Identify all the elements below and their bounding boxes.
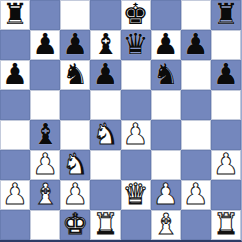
square-c7[interactable]: ♟ bbox=[60, 30, 90, 60]
square-e1[interactable] bbox=[121, 210, 151, 240]
square-d8[interactable] bbox=[90, 0, 120, 30]
square-f1[interactable]: ♝ bbox=[151, 210, 181, 240]
black-pawn-h6[interactable]: ♟ bbox=[213, 60, 239, 89]
black-rook-h8[interactable]: ♜ bbox=[213, 0, 239, 29]
black-knight-c6[interactable]: ♞ bbox=[62, 60, 88, 89]
black-pawn-f7[interactable]: ♟ bbox=[153, 30, 179, 59]
white-pawn-e4[interactable]: ♟ bbox=[123, 120, 149, 149]
square-d5[interactable] bbox=[90, 90, 120, 120]
black-rook-a8[interactable]: ♜ bbox=[2, 0, 28, 29]
square-a4[interactable] bbox=[0, 120, 30, 150]
black-knight-f6[interactable]: ♞ bbox=[153, 60, 179, 89]
white-pawn-f2[interactable]: ♟ bbox=[153, 180, 179, 209]
square-a2[interactable]: ♟ bbox=[0, 180, 30, 210]
square-e5[interactable] bbox=[121, 90, 151, 120]
square-c8[interactable] bbox=[60, 0, 90, 30]
square-f2[interactable]: ♟ bbox=[151, 180, 181, 210]
black-pawn-a6[interactable]: ♟ bbox=[2, 60, 28, 89]
square-f5[interactable] bbox=[151, 90, 181, 120]
square-f7[interactable]: ♟ bbox=[151, 30, 181, 60]
square-a3[interactable] bbox=[0, 150, 30, 180]
square-e8[interactable]: ♚ bbox=[121, 0, 151, 30]
square-g2[interactable]: ♟ bbox=[181, 180, 211, 210]
white-knight-d4[interactable]: ♞ bbox=[92, 120, 118, 149]
square-b2[interactable]: ♝ bbox=[30, 180, 60, 210]
square-h6[interactable]: ♟ bbox=[211, 60, 241, 90]
square-b6[interactable] bbox=[30, 60, 60, 90]
square-b1[interactable] bbox=[30, 210, 60, 240]
white-pawn-h3[interactable]: ♟ bbox=[213, 150, 239, 179]
square-g6[interactable] bbox=[181, 60, 211, 90]
square-b4[interactable]: ♝ bbox=[30, 120, 60, 150]
square-c5[interactable] bbox=[60, 90, 90, 120]
square-g3[interactable] bbox=[181, 150, 211, 180]
white-pawn-b3[interactable]: ♟ bbox=[32, 150, 58, 179]
square-a1[interactable] bbox=[0, 210, 30, 240]
square-d4[interactable]: ♞ bbox=[90, 120, 120, 150]
white-pawn-g2[interactable]: ♟ bbox=[183, 180, 209, 209]
square-b3[interactable]: ♟ bbox=[30, 150, 60, 180]
square-h4[interactable] bbox=[211, 120, 241, 150]
white-queen-e2[interactable]: ♛ bbox=[123, 180, 149, 209]
square-e2[interactable]: ♛ bbox=[121, 180, 151, 210]
square-a6[interactable]: ♟ bbox=[0, 60, 30, 90]
square-e3[interactable] bbox=[121, 150, 151, 180]
square-g4[interactable] bbox=[181, 120, 211, 150]
black-bishop-d7[interactable]: ♝ bbox=[92, 30, 118, 59]
square-c1[interactable]: ♚ bbox=[60, 210, 90, 240]
chess-board: ♜♚♜♟♟♝♛♟♟♟♞♟♞♟♝♞♟♟♞♟♟♝♟♛♟♟♚♜♝♜ bbox=[0, 0, 242, 242]
square-g5[interactable] bbox=[181, 90, 211, 120]
white-bishop-b2[interactable]: ♝ bbox=[32, 180, 58, 209]
square-c6[interactable]: ♞ bbox=[60, 60, 90, 90]
square-d2[interactable] bbox=[90, 180, 120, 210]
square-c3[interactable]: ♞ bbox=[60, 150, 90, 180]
white-rook-h1[interactable]: ♜ bbox=[213, 210, 239, 239]
square-f4[interactable] bbox=[151, 120, 181, 150]
square-h3[interactable]: ♟ bbox=[211, 150, 241, 180]
square-a7[interactable] bbox=[0, 30, 30, 60]
black-pawn-c7[interactable]: ♟ bbox=[62, 30, 88, 59]
square-e7[interactable]: ♛ bbox=[121, 30, 151, 60]
square-h8[interactable]: ♜ bbox=[211, 0, 241, 30]
black-pawn-g7[interactable]: ♟ bbox=[183, 30, 209, 59]
square-f3[interactable] bbox=[151, 150, 181, 180]
square-a5[interactable] bbox=[0, 90, 30, 120]
square-h2[interactable] bbox=[211, 180, 241, 210]
square-h1[interactable]: ♜ bbox=[211, 210, 241, 240]
square-h7[interactable] bbox=[211, 30, 241, 60]
white-knight-c3[interactable]: ♞ bbox=[62, 150, 88, 179]
square-d6[interactable]: ♟ bbox=[90, 60, 120, 90]
square-b5[interactable] bbox=[30, 90, 60, 120]
square-e6[interactable] bbox=[121, 60, 151, 90]
square-c4[interactable] bbox=[60, 120, 90, 150]
square-a8[interactable]: ♜ bbox=[0, 0, 30, 30]
square-g7[interactable]: ♟ bbox=[181, 30, 211, 60]
black-pawn-d6[interactable]: ♟ bbox=[92, 60, 118, 89]
square-b8[interactable] bbox=[30, 0, 60, 30]
black-queen-e7[interactable]: ♛ bbox=[123, 30, 149, 59]
square-d3[interactable] bbox=[90, 150, 120, 180]
square-g8[interactable] bbox=[181, 0, 211, 30]
white-bishop-f1[interactable]: ♝ bbox=[153, 210, 179, 239]
black-king-e8[interactable]: ♚ bbox=[123, 0, 149, 29]
square-b7[interactable]: ♟ bbox=[30, 30, 60, 60]
white-pawn-a2[interactable]: ♟ bbox=[2, 180, 28, 209]
square-f8[interactable] bbox=[151, 0, 181, 30]
square-e4[interactable]: ♟ bbox=[121, 120, 151, 150]
square-h5[interactable] bbox=[211, 90, 241, 120]
black-bishop-b4[interactable]: ♝ bbox=[32, 120, 58, 149]
square-c2[interactable]: ♟ bbox=[60, 180, 90, 210]
square-d1[interactable]: ♜ bbox=[90, 210, 120, 240]
square-g1[interactable] bbox=[181, 210, 211, 240]
white-king-c1[interactable]: ♚ bbox=[62, 210, 88, 239]
white-rook-d1[interactable]: ♜ bbox=[92, 210, 118, 239]
square-f6[interactable]: ♞ bbox=[151, 60, 181, 90]
black-pawn-b7[interactable]: ♟ bbox=[32, 30, 58, 59]
white-pawn-c2[interactable]: ♟ bbox=[62, 180, 88, 209]
square-d7[interactable]: ♝ bbox=[90, 30, 120, 60]
